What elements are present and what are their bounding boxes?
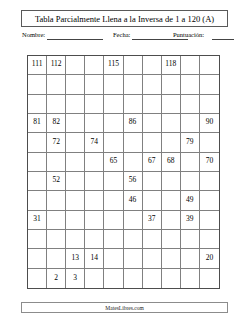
grid-cell-blank[interactable] [124,249,143,268]
grid-cell-blank[interactable] [85,75,104,94]
grid-cell-blank[interactable] [66,211,85,230]
grid-cell-given: 111 [28,56,47,75]
grid-cell-blank[interactable] [162,191,181,210]
grid-cell-blank[interactable] [66,56,85,75]
grid-cell-blank[interactable] [181,172,200,191]
grid-cell-blank[interactable] [28,95,47,114]
grid-cell-given: 2 [47,269,66,288]
grid-cell-blank[interactable] [104,172,123,191]
grid-cell-blank[interactable] [181,249,200,268]
grid-cell-blank[interactable] [124,269,143,288]
grid-cell-blank[interactable] [85,153,104,172]
grid-cell-blank[interactable] [162,75,181,94]
grid-cell-blank[interactable] [47,230,66,249]
grid-cell-blank[interactable] [200,230,219,249]
grid-cell-blank[interactable] [47,191,66,210]
grid-cell-blank[interactable] [162,172,181,191]
grid-cell-given: 82 [47,114,66,133]
grid-cell-given: 68 [162,153,181,172]
grid-cell-given: 115 [104,56,123,75]
grid-cell-blank[interactable] [28,269,47,288]
grid-cell-blank[interactable] [162,249,181,268]
grid-cell-blank[interactable] [47,211,66,230]
grid-cell-given: 81 [28,114,47,133]
name-field[interactable] [47,39,103,40]
grid-cell-given: 3 [66,269,85,288]
grid-cell-given: 72 [47,133,66,152]
grid-cell-given: 79 [181,133,200,152]
grid-cell-blank[interactable] [200,211,219,230]
grid-cell-given: 70 [200,153,219,172]
grid-cell-given: 31 [28,211,47,230]
worksheet-title: Tabla Parcialmente Llena a la Inversa de… [35,14,214,24]
worksheet-page: { "game": "number-chart-puzzle (partiall… [0,0,250,324]
grid-cell-blank[interactable] [200,172,219,191]
footer-box: MatesLibres.com [21,302,228,313]
name-label: Nombre: [22,31,45,38]
grid-cell-blank[interactable] [143,269,162,288]
grid-cell-blank[interactable] [124,95,143,114]
grid-cell-blank[interactable] [28,133,47,152]
grid-cell-blank[interactable] [104,211,123,230]
grid-cell-given: 52 [47,172,66,191]
grid-cell-blank[interactable] [28,75,47,94]
grid-cell-blank[interactable] [124,153,143,172]
grid-cell-given: 46 [124,191,143,210]
grid-cell-blank[interactable] [143,133,162,152]
grid-cell-blank[interactable] [124,230,143,249]
worksheet-title-box: Tabla Parcialmente Llena a la Inversa de… [21,10,228,27]
grid-cell-blank[interactable] [47,75,66,94]
grid-cell-blank[interactable] [66,191,85,210]
grid-cell-given: 20 [200,249,219,268]
date-label: Fecha: [113,31,130,38]
grid-cell-blank[interactable] [181,114,200,133]
grid-cell-blank[interactable] [143,56,162,75]
grid-cell-blank[interactable] [66,172,85,191]
grid-cell-blank[interactable] [143,249,162,268]
grid-cell-given: 13 [66,249,85,268]
grid-cell-blank[interactable] [85,269,104,288]
grid-cell-blank[interactable] [162,133,181,152]
grid-cell-blank[interactable] [85,114,104,133]
grid-cell-blank[interactable] [28,191,47,210]
grid-cell-blank[interactable] [28,249,47,268]
grid-cell-blank[interactable] [104,95,123,114]
grid-cell-blank[interactable] [162,114,181,133]
grid-cell-blank[interactable] [162,230,181,249]
grid-cell-blank[interactable] [143,172,162,191]
grid-cell-blank[interactable] [124,56,143,75]
grid-cell-blank[interactable] [181,269,200,288]
grid-cell-blank[interactable] [143,75,162,94]
grid-cell-blank[interactable] [162,211,181,230]
student-info-row: Nombre: Fecha: Puntuación: [0,30,250,42]
score-label: Puntuación: [173,31,204,38]
grid-cell-blank[interactable] [181,56,200,75]
grid-cell-given: 39 [181,211,200,230]
grid-cell-blank[interactable] [104,269,123,288]
grid-cell-blank[interactable] [66,230,85,249]
grid-cell-given: 74 [85,133,104,152]
grid-cell-blank[interactable] [47,249,66,268]
grid-cell-blank[interactable] [124,133,143,152]
footer-site-text: MatesLibres.com [105,305,143,311]
grid-cell-blank[interactable] [28,172,47,191]
grid-cell-blank[interactable] [200,56,219,75]
date-field[interactable] [132,39,188,40]
grid-cell-blank[interactable] [181,95,200,114]
grid-cell-blank[interactable] [124,211,143,230]
grid-cell-blank[interactable] [104,133,123,152]
grid-cell-given: 49 [181,191,200,210]
grid-cell-given: 90 [200,114,219,133]
grid-cell-given: 65 [104,153,123,172]
grid-cell-blank[interactable] [200,191,219,210]
grid-cell-blank[interactable] [143,230,162,249]
grid-cell-blank[interactable] [47,153,66,172]
grid-cell-blank[interactable] [181,153,200,172]
grid-cell-blank[interactable] [28,153,47,172]
grid-cell-given: 67 [143,153,162,172]
grid-cell-blank[interactable] [143,114,162,133]
grid-cell-blank[interactable] [85,191,104,210]
grid-cell-blank[interactable] [200,75,219,94]
grid-cell-given: 112 [47,56,66,75]
grid-cell-blank[interactable] [104,249,123,268]
grid-cell-blank[interactable] [124,75,143,94]
grid-cell-blank[interactable] [162,95,181,114]
grid-cell-blank[interactable] [104,75,123,94]
grid-cell-given: 37 [143,211,162,230]
grid-cell-blank[interactable] [28,230,47,249]
grid-cell-blank[interactable] [104,114,123,133]
number-grid: 1111121151188182869072747965676870525646… [27,55,220,289]
grid-cell-blank[interactable] [85,172,104,191]
grid-cell-blank[interactable] [85,211,104,230]
grid-cell-blank[interactable] [143,95,162,114]
score-field[interactable] [212,39,234,40]
grid-cell-blank[interactable] [66,153,85,172]
grid-cell-blank[interactable] [85,230,104,249]
grid-cell-blank[interactable] [200,133,219,152]
grid-cell-blank[interactable] [162,269,181,288]
grid-cell-blank[interactable] [104,230,123,249]
grid-cell-blank[interactable] [200,95,219,114]
grid-cell-blank[interactable] [66,75,85,94]
grid-cell-blank[interactable] [66,95,85,114]
grid-cell-blank[interactable] [47,95,66,114]
grid-cell-blank[interactable] [66,133,85,152]
grid-cell-given: 118 [162,56,181,75]
grid-cell-blank[interactable] [85,56,104,75]
grid-cell-blank[interactable] [181,230,200,249]
grid-cell-blank[interactable] [66,114,85,133]
grid-cell-blank[interactable] [85,95,104,114]
grid-cell-blank[interactable] [181,75,200,94]
grid-cell-blank[interactable] [143,191,162,210]
grid-cell-given: 14 [85,249,104,268]
grid-cell-blank[interactable] [104,191,123,210]
grid-cell-given: 56 [124,172,143,191]
grid-cell-blank[interactable] [200,269,219,288]
grid-cell-given: 86 [124,114,143,133]
